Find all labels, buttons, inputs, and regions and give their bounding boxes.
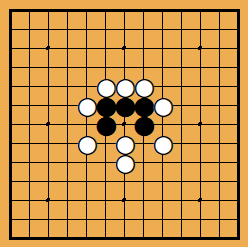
stone-ring-glyph: ○	[115, 77, 134, 96]
white-stone-G9: ●○	[115, 77, 134, 96]
black-stone-F8: ●○	[96, 96, 115, 115]
go-board-diagram: ●○●○●○●○●○●○●○●○●○●○●○●○●○●○	[0, 0, 247, 247]
white-stone-E6: ●○	[77, 134, 96, 153]
white-stone-J6: ●○	[153, 134, 172, 153]
black-stone-H8: ●○	[134, 96, 153, 115]
stone-disc-glyph: ●	[134, 77, 153, 96]
stone-ring-glyph: ○	[134, 115, 153, 134]
stone-disc-glyph: ●	[77, 134, 96, 153]
stone-disc-glyph: ●	[77, 96, 96, 115]
stone-ring-glyph: ○	[96, 115, 115, 134]
stone-ring-glyph: ○	[134, 96, 153, 115]
stone-disc-glyph: ●	[134, 96, 153, 115]
stone-ring-glyph: ○	[96, 77, 115, 96]
stone-disc-glyph: ●	[96, 96, 115, 115]
stone-ring-glyph: ○	[96, 96, 115, 115]
stone-ring-glyph: ○	[153, 96, 172, 115]
stone-ring-glyph: ○	[134, 77, 153, 96]
black-stone-F7: ●○	[96, 115, 115, 134]
stone-disc-glyph: ●	[115, 96, 134, 115]
white-stone-G6: ●○	[115, 134, 134, 153]
stone-disc-glyph: ●	[115, 77, 134, 96]
white-stone-J8: ●○	[153, 96, 172, 115]
stone-ring-glyph: ○	[115, 96, 134, 115]
white-stone-H9: ●○	[134, 77, 153, 96]
stone-ring-glyph: ○	[153, 134, 172, 153]
stone-ring-glyph: ○	[77, 134, 96, 153]
black-stone-H7: ●○	[134, 115, 153, 134]
white-stone-E8: ●○	[77, 96, 96, 115]
stone-disc-glyph: ●	[153, 134, 172, 153]
goban-grid: ●○●○●○●○●○●○●○●○●○●○●○●○●○●○	[1, 1, 248, 247]
stone-disc-glyph: ●	[96, 77, 115, 96]
stone-ring-glyph: ○	[115, 153, 134, 172]
stone-disc-glyph: ●	[134, 115, 153, 134]
white-stone-G5: ●○	[115, 153, 134, 172]
stone-disc-glyph: ●	[96, 115, 115, 134]
stone-disc-glyph: ●	[115, 153, 134, 172]
stone-disc-glyph: ●	[153, 96, 172, 115]
stone-ring-glyph: ○	[115, 134, 134, 153]
white-stone-F9: ●○	[96, 77, 115, 96]
black-stone-G8: ●○	[115, 96, 134, 115]
stone-ring-glyph: ○	[77, 96, 96, 115]
stone-disc-glyph: ●	[115, 134, 134, 153]
